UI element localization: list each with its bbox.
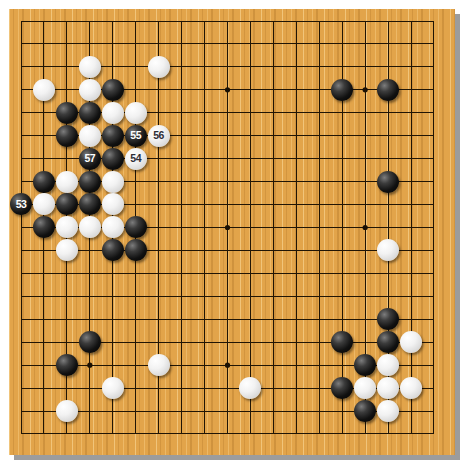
- stones-layer: 5556575453: [10, 10, 446, 446]
- black-stone[interactable]: [79, 102, 101, 124]
- black-stone[interactable]: [79, 331, 101, 353]
- black-stone[interactable]: 57: [79, 148, 101, 170]
- white-stone[interactable]: [33, 193, 55, 215]
- black-stone[interactable]: [56, 354, 78, 376]
- move-number-label: 54: [130, 153, 141, 164]
- black-stone[interactable]: [102, 148, 124, 170]
- black-stone[interactable]: [125, 216, 147, 238]
- black-stone[interactable]: [331, 377, 353, 399]
- white-stone[interactable]: 56: [148, 125, 170, 147]
- move-number-label: 57: [84, 153, 95, 164]
- white-stone[interactable]: [377, 239, 399, 261]
- black-stone[interactable]: [56, 193, 78, 215]
- black-stone[interactable]: [56, 125, 78, 147]
- black-stone[interactable]: [102, 239, 124, 261]
- white-stone[interactable]: [102, 102, 124, 124]
- black-stone[interactable]: [33, 171, 55, 193]
- white-stone[interactable]: [354, 377, 376, 399]
- white-stone[interactable]: [102, 193, 124, 215]
- move-number-label: 56: [153, 130, 164, 141]
- white-stone[interactable]: [400, 377, 422, 399]
- black-stone[interactable]: [79, 171, 101, 193]
- black-stone[interactable]: [331, 79, 353, 101]
- white-stone[interactable]: [102, 377, 124, 399]
- go-board[interactable]: 5556575453: [9, 9, 455, 455]
- black-stone[interactable]: 55: [125, 125, 147, 147]
- white-stone[interactable]: [400, 331, 422, 353]
- black-stone[interactable]: [377, 171, 399, 193]
- black-stone[interactable]: [377, 79, 399, 101]
- black-stone[interactable]: [79, 193, 101, 215]
- move-number-label: 55: [130, 130, 141, 141]
- white-stone[interactable]: 54: [125, 148, 147, 170]
- white-stone[interactable]: [56, 171, 78, 193]
- white-stone[interactable]: [377, 400, 399, 422]
- move-number-label: 53: [16, 199, 27, 210]
- white-stone[interactable]: [377, 377, 399, 399]
- black-stone[interactable]: [102, 79, 124, 101]
- white-stone[interactable]: [79, 216, 101, 238]
- black-stone[interactable]: [33, 216, 55, 238]
- white-stone[interactable]: [148, 56, 170, 78]
- white-stone[interactable]: [102, 171, 124, 193]
- white-stone[interactable]: [33, 79, 55, 101]
- white-stone[interactable]: [239, 377, 261, 399]
- black-stone[interactable]: [125, 239, 147, 261]
- white-stone[interactable]: [56, 239, 78, 261]
- black-stone[interactable]: [354, 400, 376, 422]
- go-diagram-page: 5556575453: [0, 0, 465, 465]
- white-stone[interactable]: [125, 102, 147, 124]
- black-stone[interactable]: [377, 308, 399, 330]
- black-stone[interactable]: [102, 125, 124, 147]
- black-stone[interactable]: [354, 354, 376, 376]
- black-stone[interactable]: [377, 331, 399, 353]
- white-stone[interactable]: [56, 400, 78, 422]
- black-stone[interactable]: [56, 102, 78, 124]
- white-stone[interactable]: [148, 354, 170, 376]
- black-stone[interactable]: 53: [10, 193, 32, 215]
- black-stone[interactable]: [331, 331, 353, 353]
- white-stone[interactable]: [79, 125, 101, 147]
- white-stone[interactable]: [102, 216, 124, 238]
- white-stone[interactable]: [56, 216, 78, 238]
- white-stone[interactable]: [79, 56, 101, 78]
- white-stone[interactable]: [79, 79, 101, 101]
- white-stone[interactable]: [377, 354, 399, 376]
